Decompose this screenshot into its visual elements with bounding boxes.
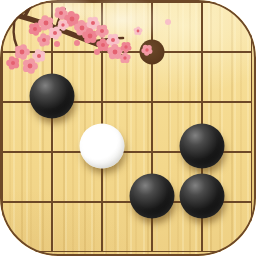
black-stone [180, 124, 225, 169]
board-cell [2, 2, 52, 52]
screenshot-background [0, 0, 256, 256]
black-stone [130, 174, 175, 219]
go-app-icon[interactable] [0, 0, 256, 256]
board-cell [2, 152, 52, 202]
board-cell [202, 52, 252, 102]
brown-dot-marker [140, 40, 165, 65]
black-stone [30, 74, 75, 119]
board-cell [52, 2, 102, 52]
board-cell [202, 2, 252, 52]
board-cell [2, 202, 52, 252]
white-stone [80, 124, 125, 169]
board-cell [52, 202, 102, 252]
black-stone [180, 174, 225, 219]
